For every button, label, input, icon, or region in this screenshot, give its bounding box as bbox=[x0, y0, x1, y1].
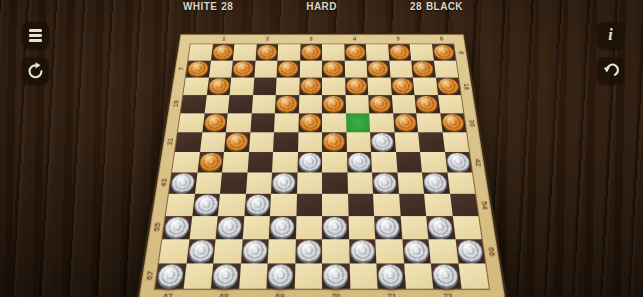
info-icon: i bbox=[608, 27, 612, 43]
black-man[interactable] bbox=[415, 96, 437, 112]
black-man[interactable] bbox=[369, 96, 390, 112]
black-man[interactable] bbox=[278, 61, 298, 76]
square-69[interactable] bbox=[266, 263, 294, 288]
coord-label: 71 bbox=[377, 291, 406, 297]
light-square bbox=[416, 113, 442, 132]
light-square bbox=[225, 113, 250, 132]
square-32[interactable] bbox=[224, 132, 250, 152]
square-33[interactable] bbox=[273, 132, 298, 152]
light-square bbox=[275, 78, 299, 96]
black-man[interactable] bbox=[187, 61, 209, 76]
square-25[interactable] bbox=[201, 113, 227, 132]
black-man[interactable] bbox=[299, 114, 320, 131]
light-square bbox=[213, 239, 242, 263]
light-square bbox=[298, 95, 322, 113]
square-8[interactable] bbox=[231, 61, 255, 78]
coords-top: 123456 bbox=[190, 35, 452, 43]
white-man[interactable] bbox=[375, 217, 399, 237]
light-square bbox=[371, 152, 397, 172]
light-square bbox=[446, 172, 474, 193]
coord-label: 72 bbox=[433, 291, 462, 297]
light-square bbox=[248, 132, 273, 152]
black-man[interactable] bbox=[203, 114, 226, 131]
restart-button[interactable] bbox=[22, 57, 49, 84]
square-27[interactable] bbox=[297, 113, 321, 132]
square-57[interactable] bbox=[268, 216, 295, 239]
light-square bbox=[345, 95, 369, 113]
coord-label: 67 bbox=[153, 291, 183, 297]
light-square bbox=[391, 95, 416, 113]
light-square bbox=[428, 239, 458, 263]
square-63[interactable] bbox=[294, 239, 321, 263]
light-square bbox=[242, 216, 270, 239]
light-square bbox=[269, 194, 296, 216]
white-man[interactable] bbox=[456, 240, 482, 261]
light-square bbox=[424, 194, 452, 216]
black-man[interactable] bbox=[389, 45, 410, 59]
light-square bbox=[182, 263, 212, 288]
coord-label: 19 bbox=[169, 95, 181, 113]
light-square bbox=[232, 44, 255, 60]
light-square bbox=[375, 239, 403, 263]
light-square bbox=[348, 216, 375, 239]
white-label: WHITE bbox=[183, 1, 217, 12]
light-square bbox=[188, 44, 212, 60]
light-square bbox=[217, 194, 245, 216]
square-68[interactable] bbox=[210, 263, 240, 288]
black-man[interactable] bbox=[212, 45, 233, 59]
coord-label: 70 bbox=[322, 291, 350, 297]
light-square bbox=[273, 113, 297, 132]
light-square bbox=[294, 263, 322, 288]
light-square bbox=[322, 44, 344, 60]
light-square bbox=[442, 132, 469, 152]
black-man[interactable] bbox=[367, 61, 388, 76]
white-man[interactable] bbox=[446, 153, 470, 171]
black-man[interactable] bbox=[391, 78, 412, 93]
square-5[interactable] bbox=[387, 44, 410, 60]
light-square bbox=[344, 61, 367, 78]
light-square bbox=[238, 263, 267, 288]
light-square bbox=[253, 61, 277, 78]
white-man[interactable] bbox=[212, 264, 238, 286]
square-4[interactable] bbox=[343, 44, 366, 60]
square-67[interactable] bbox=[155, 263, 186, 288]
light-square bbox=[229, 78, 253, 96]
square-59[interactable] bbox=[374, 216, 402, 239]
white-score: WHITE 28 bbox=[183, 1, 233, 12]
light-square bbox=[420, 152, 447, 172]
black-man[interactable] bbox=[207, 78, 229, 93]
square-22[interactable] bbox=[322, 95, 346, 113]
square-55[interactable] bbox=[162, 216, 191, 239]
coord-label: 54 bbox=[477, 194, 491, 216]
light-square bbox=[322, 239, 349, 263]
coord-label: 43 bbox=[156, 172, 170, 193]
coord-label: 69 bbox=[265, 291, 293, 297]
coord-label: 18 bbox=[460, 78, 472, 96]
black-man[interactable] bbox=[346, 78, 367, 93]
light-square bbox=[222, 152, 248, 172]
white-man[interactable] bbox=[350, 240, 374, 261]
coord-label: 4 bbox=[343, 35, 365, 43]
light-square bbox=[277, 44, 300, 60]
square-53[interactable] bbox=[398, 194, 426, 216]
black-man[interactable] bbox=[301, 45, 321, 59]
black-man[interactable] bbox=[441, 114, 464, 131]
square-49[interactable] bbox=[191, 194, 219, 216]
light-square bbox=[346, 132, 371, 152]
info-button[interactable]: i bbox=[597, 22, 624, 49]
square-15[interactable] bbox=[298, 78, 321, 96]
light-square bbox=[322, 194, 348, 216]
checkers-board: 123456 676869707172 71931435567 61830425… bbox=[135, 33, 509, 297]
light-square bbox=[437, 95, 463, 113]
square-56[interactable] bbox=[215, 216, 243, 239]
square-72[interactable] bbox=[430, 263, 460, 288]
black-count: 28 bbox=[410, 1, 422, 12]
square-34[interactable] bbox=[322, 132, 347, 152]
square-43[interactable] bbox=[168, 172, 196, 193]
black-man[interactable] bbox=[412, 61, 433, 76]
square-21[interactable] bbox=[274, 95, 298, 113]
white-man[interactable] bbox=[423, 173, 447, 192]
white-man[interactable] bbox=[371, 133, 393, 150]
coord-label: 7 bbox=[174, 61, 186, 78]
white-man[interactable] bbox=[403, 240, 428, 261]
coord-label: 2 bbox=[256, 35, 278, 43]
white-man[interactable] bbox=[187, 240, 213, 261]
white-man[interactable] bbox=[378, 264, 404, 286]
white-man[interactable] bbox=[298, 153, 320, 171]
square-50[interactable] bbox=[243, 194, 270, 216]
light-square bbox=[165, 194, 194, 216]
light-square bbox=[349, 263, 377, 288]
light-square bbox=[295, 216, 322, 239]
light-square bbox=[299, 61, 322, 78]
square-14[interactable] bbox=[252, 78, 276, 96]
light-square bbox=[457, 263, 488, 288]
square-52[interactable] bbox=[347, 194, 374, 216]
black-man[interactable] bbox=[323, 133, 345, 150]
light-square bbox=[188, 216, 217, 239]
white-count: 28 bbox=[221, 1, 233, 12]
square-19[interactable] bbox=[180, 95, 206, 113]
white-man[interactable] bbox=[193, 195, 218, 215]
light-square bbox=[409, 44, 433, 60]
difficulty-label: HARD bbox=[306, 1, 337, 12]
square-6[interactable] bbox=[431, 44, 455, 60]
light-square bbox=[365, 44, 388, 60]
coords-bottom: 676869707172 bbox=[153, 291, 491, 297]
square-62[interactable] bbox=[240, 239, 268, 263]
white-man[interactable] bbox=[272, 173, 295, 192]
coord-label: 6 bbox=[455, 44, 466, 60]
light-square bbox=[452, 216, 481, 239]
light-square bbox=[172, 152, 199, 172]
square-65[interactable] bbox=[401, 239, 430, 263]
white-man[interactable] bbox=[245, 195, 269, 215]
undo-button[interactable] bbox=[597, 57, 624, 84]
square-29[interactable] bbox=[392, 113, 417, 132]
square-7[interactable] bbox=[185, 61, 210, 78]
square-30[interactable] bbox=[439, 113, 465, 132]
square-18[interactable] bbox=[435, 78, 460, 96]
light-square bbox=[183, 78, 208, 96]
coord-label: 42 bbox=[471, 152, 484, 172]
square-70[interactable] bbox=[322, 263, 350, 288]
square-54[interactable] bbox=[449, 194, 478, 216]
black-man[interactable] bbox=[276, 96, 297, 112]
light-square bbox=[322, 113, 346, 132]
square-51[interactable] bbox=[295, 194, 321, 216]
light-square bbox=[208, 61, 232, 78]
black-man[interactable] bbox=[225, 133, 248, 150]
square-38[interactable] bbox=[247, 152, 273, 172]
black-man[interactable] bbox=[432, 45, 453, 59]
coord-label: 68 bbox=[209, 291, 238, 297]
white-man[interactable] bbox=[164, 217, 190, 237]
light-square bbox=[373, 194, 400, 216]
menu-button[interactable] bbox=[22, 22, 49, 49]
light-square bbox=[272, 152, 297, 172]
square-39[interactable] bbox=[297, 152, 322, 172]
square-35[interactable] bbox=[370, 132, 395, 152]
black-man[interactable] bbox=[323, 96, 344, 112]
black-man[interactable] bbox=[394, 114, 416, 131]
square-28[interactable] bbox=[345, 113, 369, 132]
white-man[interactable] bbox=[323, 264, 347, 286]
board-area: 123456 676869707172 71931435567 61830425… bbox=[160, 11, 484, 293]
square-12[interactable] bbox=[411, 61, 435, 78]
square-64[interactable] bbox=[348, 239, 376, 263]
square-23[interactable] bbox=[368, 95, 392, 113]
light-square bbox=[346, 172, 372, 193]
white-man[interactable] bbox=[432, 264, 459, 286]
white-man[interactable] bbox=[270, 217, 294, 237]
light-square bbox=[396, 172, 423, 193]
square-40[interactable] bbox=[346, 152, 371, 172]
white-man[interactable] bbox=[296, 240, 320, 261]
square-71[interactable] bbox=[376, 263, 405, 288]
square-31[interactable] bbox=[175, 132, 202, 152]
light-square bbox=[322, 78, 345, 96]
light-square bbox=[394, 132, 420, 152]
light-square bbox=[245, 172, 272, 193]
black-man[interactable] bbox=[300, 78, 320, 93]
white-man[interactable] bbox=[323, 217, 346, 237]
light-square bbox=[297, 132, 322, 152]
coord-label: 66 bbox=[483, 239, 498, 263]
square-17[interactable] bbox=[390, 78, 414, 96]
square-36[interactable] bbox=[418, 132, 444, 152]
white-man[interactable] bbox=[157, 264, 184, 286]
light-square bbox=[267, 239, 295, 263]
square-42[interactable] bbox=[444, 152, 471, 172]
coord-label: 55 bbox=[149, 216, 163, 239]
square-45[interactable] bbox=[270, 172, 296, 193]
light-square bbox=[388, 61, 412, 78]
square-20[interactable] bbox=[227, 95, 252, 113]
light-square bbox=[403, 263, 433, 288]
white-man[interactable] bbox=[242, 240, 267, 261]
square-47[interactable] bbox=[371, 172, 398, 193]
light-square bbox=[199, 132, 225, 152]
light-square bbox=[204, 95, 229, 113]
square-9[interactable] bbox=[276, 61, 299, 78]
square-61[interactable] bbox=[186, 239, 216, 263]
white-man[interactable] bbox=[170, 173, 195, 192]
square-46[interactable] bbox=[322, 172, 348, 193]
square-44[interactable] bbox=[219, 172, 246, 193]
square-58[interactable] bbox=[322, 216, 349, 239]
square-3[interactable] bbox=[299, 44, 321, 60]
restart-rotate-icon bbox=[26, 61, 45, 80]
status-bar: WHITE 28 HARD 28 BLACK bbox=[183, 0, 463, 13]
coord-label: 30 bbox=[465, 113, 478, 132]
black-man[interactable] bbox=[323, 61, 343, 76]
square-11[interactable] bbox=[366, 61, 390, 78]
black-man[interactable] bbox=[345, 45, 365, 59]
black-man[interactable] bbox=[198, 153, 222, 171]
square-41[interactable] bbox=[395, 152, 421, 172]
coord-label: 5 bbox=[387, 35, 409, 43]
square-66[interactable] bbox=[455, 239, 485, 263]
square-1[interactable] bbox=[210, 44, 234, 60]
black-man[interactable] bbox=[436, 78, 458, 93]
square-2[interactable] bbox=[255, 44, 278, 60]
light-square bbox=[296, 172, 322, 193]
square-48[interactable] bbox=[421, 172, 449, 193]
light-square bbox=[367, 78, 391, 96]
light-square bbox=[177, 113, 203, 132]
light-square bbox=[158, 239, 188, 263]
white-man[interactable] bbox=[268, 264, 293, 286]
light-square bbox=[369, 113, 394, 132]
white-man[interactable] bbox=[427, 217, 452, 237]
square-16[interactable] bbox=[344, 78, 368, 96]
black-label: BLACK bbox=[426, 1, 463, 12]
coord-label: 31 bbox=[163, 132, 176, 152]
light-square bbox=[412, 78, 437, 96]
light-square bbox=[251, 95, 275, 113]
square-24[interactable] bbox=[414, 95, 439, 113]
coord-label: 3 bbox=[300, 35, 322, 43]
white-man[interactable] bbox=[217, 217, 242, 237]
white-man[interactable] bbox=[373, 173, 396, 192]
coord-label: 6 bbox=[430, 35, 453, 43]
board-grid bbox=[155, 44, 489, 288]
undo-arrow-icon bbox=[601, 61, 620, 80]
light-square bbox=[322, 152, 347, 172]
coord-label: 1 bbox=[212, 35, 235, 43]
square-60[interactable] bbox=[426, 216, 455, 239]
square-26[interactable] bbox=[249, 113, 274, 132]
white-man[interactable] bbox=[347, 153, 369, 171]
black-score: 28 BLACK bbox=[410, 1, 463, 12]
light-square bbox=[400, 216, 428, 239]
light-square bbox=[433, 61, 458, 78]
black-man[interactable] bbox=[256, 45, 276, 59]
hamburger-menu-icon bbox=[29, 29, 42, 41]
black-man[interactable] bbox=[232, 61, 253, 76]
square-37[interactable] bbox=[197, 152, 224, 172]
square-10[interactable] bbox=[322, 61, 345, 78]
square-13[interactable] bbox=[206, 78, 231, 96]
light-square bbox=[194, 172, 222, 193]
coord-label: 67 bbox=[141, 263, 156, 288]
